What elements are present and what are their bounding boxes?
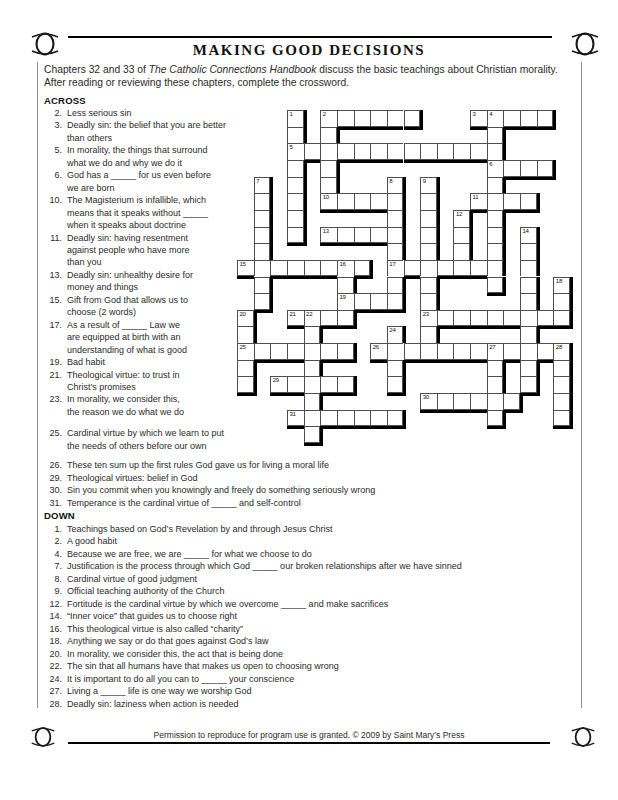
crossword-cell[interactable]	[453, 393, 470, 410]
crossword-cell[interactable]	[287, 376, 304, 393]
crossword-cell[interactable]: 4	[487, 110, 504, 127]
crossword-cell[interactable]	[503, 310, 520, 327]
cell-number: 29	[273, 377, 279, 384]
crossword-cell[interactable]: 26	[370, 343, 387, 360]
down-clue: 1.Teachings based on God’s Revelation by…	[44, 523, 578, 536]
clue-text: Theological virtue: to trust in Christ’s…	[67, 369, 180, 394]
clue-number: 2.	[44, 107, 67, 119]
crossword-cell[interactable]	[487, 210, 504, 227]
crossword-cell[interactable]	[420, 293, 437, 310]
crossword-cell[interactable]	[354, 143, 371, 160]
down-clue: 18.Anything we say or do that goes again…	[44, 635, 578, 648]
crossword-cell[interactable]	[387, 360, 404, 377]
clue-number: 6.	[44, 169, 67, 194]
crossword-cell[interactable]	[453, 243, 470, 260]
crossword-cell[interactable]	[520, 343, 537, 360]
crossword-cell[interactable]	[537, 110, 554, 127]
down-clue: 16.This theological virtue is also calle…	[44, 623, 578, 636]
crossword-cell[interactable]	[553, 410, 570, 427]
clue-text: The sin that all humans have that makes …	[67, 660, 339, 673]
header-rule	[68, 36, 552, 38]
clue-number: 18.	[44, 635, 67, 648]
cell-number: 14	[523, 228, 529, 235]
crossword-cell[interactable]	[254, 343, 271, 360]
cell-number: 30	[423, 394, 429, 401]
crossword-cell[interactable]	[520, 326, 537, 343]
crossword-cell[interactable]	[470, 343, 487, 360]
crossword-cell[interactable]: 5	[287, 143, 304, 160]
crossword-cell[interactable]	[487, 410, 504, 427]
crossword-cell[interactable]: 10	[320, 193, 337, 210]
crossword-cell[interactable]	[287, 177, 304, 194]
crossword-cell[interactable]	[370, 110, 387, 127]
clue-text: Temperance is the cardinal virtue of ___…	[67, 497, 301, 510]
left-margin-rule	[37, 62, 38, 708]
cell-number: 7	[256, 178, 259, 185]
bottom-clues: 26.These ten sum up the first rules God …	[44, 459, 578, 710]
crossword-cell[interactable]	[503, 393, 520, 410]
crossword-cell[interactable]: 29	[270, 376, 287, 393]
footer-rule	[68, 742, 550, 744]
cell-number: 23	[423, 311, 429, 318]
crossword-cell[interactable]	[337, 193, 354, 210]
clue-number: 9.	[44, 585, 67, 598]
cell-number: 1	[289, 111, 292, 118]
cell-number: 18	[556, 278, 562, 285]
crossword-cell[interactable]	[420, 243, 437, 260]
clue-text: A good habit	[67, 535, 117, 548]
across-clue: 26.These ten sum up the first rules God …	[44, 459, 578, 472]
clue-text: The Magisterium is infallible, which mea…	[67, 194, 208, 231]
across-clue: 30.Sin you commit when you knowingly and…	[44, 484, 578, 497]
crossword-cell[interactable]: 20	[237, 310, 254, 327]
crossword-cell[interactable]	[254, 193, 271, 210]
clue-text: Bad habit	[67, 356, 105, 368]
crossword-cell[interactable]	[304, 410, 321, 427]
crossword-cell[interactable]	[520, 310, 537, 327]
crossword-cell[interactable]	[254, 243, 271, 260]
cell-number: 24	[389, 327, 395, 334]
crossword-cell[interactable]	[420, 210, 437, 227]
crossword-cell[interactable]	[387, 143, 404, 160]
clue-number: 27.	[44, 685, 67, 698]
clue-number: 31.	[44, 497, 67, 510]
crossword-cell[interactable]	[470, 143, 487, 160]
cell-number: 12	[456, 211, 462, 218]
clue-number: 15.	[44, 294, 67, 319]
clue-text: Sin you commit when you knowingly and fr…	[67, 484, 375, 497]
crossword-cell[interactable]	[304, 343, 321, 360]
crossword-cell[interactable]	[387, 227, 404, 244]
crossword-cell[interactable]	[304, 143, 321, 160]
crossword-cell[interactable]	[304, 376, 321, 393]
down-clue: 28.Deadly sin: laziness when action is n…	[44, 698, 578, 711]
across-heading: ACROSS	[44, 95, 86, 106]
crossword-cell[interactable]	[387, 343, 404, 360]
crossword-cell[interactable]: 22	[304, 310, 321, 327]
clue-number: 23.	[44, 393, 67, 418]
crossword-cell[interactable]	[437, 143, 454, 160]
clue-number: 10.	[44, 194, 67, 231]
clue-number: 24.	[44, 673, 67, 686]
crossword-cell[interactable]	[520, 360, 537, 377]
crossword-cell[interactable]	[487, 127, 504, 144]
crossword-cell[interactable]	[387, 210, 404, 227]
cell-number: 28	[556, 344, 562, 351]
cell-number: 20	[240, 311, 246, 318]
crossword-cell[interactable]	[370, 193, 387, 210]
crossword-cell[interactable]	[304, 360, 321, 377]
crossword-cell[interactable]: 14	[520, 227, 537, 244]
crossword-cell[interactable]	[503, 160, 520, 177]
crossword-cell[interactable]	[354, 227, 371, 244]
book-title: The Catholic Connections Handbook	[149, 64, 317, 75]
crossword-cell[interactable]	[520, 193, 537, 210]
crossword-cell[interactable]	[337, 227, 354, 244]
crossword-cell[interactable]	[354, 260, 371, 277]
clue-text: This theological virtue is also called “…	[67, 623, 243, 636]
clue-text: Cardinal virtue of good judgment	[67, 573, 197, 586]
clue-text: As a result of _____ Law we are equipped…	[67, 319, 187, 356]
crossword-cell[interactable]	[537, 160, 554, 177]
down-clues: 1.Teachings based on God’s Revelation by…	[44, 523, 578, 711]
down-clue: 12.Fortitude is the cardinal virtue by w…	[44, 598, 578, 611]
crossword-cell[interactable]	[520, 243, 537, 260]
clue-number: 11.	[44, 232, 67, 269]
down-clue: 14.“Inner voice” that guides us to choos…	[44, 610, 578, 623]
crossword-cell[interactable]	[487, 177, 504, 194]
cell-number: 8	[389, 178, 392, 185]
crossword-cell[interactable]	[320, 127, 337, 144]
crossword-cell[interactable]	[520, 260, 537, 277]
cell-number: 21	[289, 311, 295, 318]
crossword-cell[interactable]	[503, 193, 520, 210]
crossword-cell[interactable]	[287, 160, 304, 177]
crossword-cell[interactable]	[320, 376, 337, 393]
crossword-cell[interactable]	[437, 393, 454, 410]
crossword-cell[interactable]: 2	[320, 110, 337, 127]
crossword-cell[interactable]: 18	[553, 277, 570, 294]
clue-number: 26.	[44, 459, 67, 472]
crossword-cell[interactable]	[287, 260, 304, 277]
crossword-cell[interactable]	[487, 143, 504, 160]
crossword-cell[interactable]	[404, 143, 421, 160]
clue-text: “Inner voice” that guides us to choose r…	[67, 610, 237, 623]
crossword-cell[interactable]	[370, 410, 387, 427]
clue-number: 25.	[44, 427, 67, 452]
crossword-cell[interactable]	[270, 260, 287, 277]
crossword-cell[interactable]: 13	[320, 227, 337, 244]
crossword-cell[interactable]: 23	[420, 310, 437, 327]
crossword-cell[interactable]	[320, 260, 337, 277]
crossword-cell[interactable]	[520, 110, 537, 127]
clue-text: Cardinal virtue by which we learn to put…	[67, 427, 224, 452]
clue-number: 8.	[44, 573, 67, 586]
down-clue: 22.The sin that all humans have that mak…	[44, 660, 578, 673]
clue-text: Deadly sin: unhealthy desire for money a…	[67, 269, 193, 294]
crossword-cell[interactable]	[320, 343, 337, 360]
crossword-cell[interactable]	[370, 227, 387, 244]
clue-text: Anything we say or do that goes against …	[67, 635, 268, 648]
crossword-cell[interactable]	[470, 393, 487, 410]
crossword-cell[interactable]	[420, 260, 437, 277]
crossword-cell[interactable]: 19	[337, 293, 354, 310]
clue-number: 19.	[44, 356, 67, 368]
crossword-cell[interactable]	[487, 277, 504, 294]
crossword-cell[interactable]: 11	[470, 193, 487, 210]
clue-text: Teachings based on God’s Revelation by a…	[67, 523, 333, 536]
crossword-cell[interactable]	[537, 310, 554, 327]
crossword-cell[interactable]	[354, 110, 371, 127]
crossword-cell[interactable]	[420, 193, 437, 210]
clue-text: Gift from God that allows us to choose (…	[67, 294, 188, 319]
cell-number: 4	[489, 111, 492, 118]
crossword-cell[interactable]	[254, 227, 271, 244]
crossword-cell[interactable]	[387, 410, 404, 427]
crossword-cell[interactable]	[404, 343, 421, 360]
crossword-cell[interactable]: 31	[287, 410, 304, 427]
crossword-cell[interactable]: 15	[237, 260, 254, 277]
crossword-cell[interactable]	[503, 110, 520, 127]
clue-text: It is important to do all you can to ___…	[67, 673, 294, 686]
clue-number: 28.	[44, 698, 67, 711]
clue-text: Deadly sin: having resentment against pe…	[67, 232, 190, 269]
crossword-cell[interactable]: 25	[237, 343, 254, 360]
cell-number: 19	[339, 294, 345, 301]
publisher-logo-icon	[570, 724, 600, 754]
cell-number: 17	[389, 261, 395, 268]
clue-number: 21.	[44, 369, 67, 394]
crossword-cell[interactable]	[237, 376, 254, 393]
clue-number: 5.	[44, 144, 67, 169]
worksheet-page: MAKING GOOD DECISIONS Chapters 32 and 33…	[0, 0, 618, 800]
crossword-cell[interactable]	[320, 160, 337, 177]
crossword-cell[interactable]: 27	[487, 343, 504, 360]
crossword-cell[interactable]	[320, 143, 337, 160]
clue-text: Less serious sin	[67, 107, 132, 119]
crossword-cell[interactable]: 16	[337, 260, 354, 277]
clue-text: Theological virtues: belief in God	[67, 472, 198, 485]
crossword-cell[interactable]	[304, 426, 321, 443]
crossword-cell[interactable]	[470, 260, 487, 277]
across-clues-full: 26.These ten sum up the first rules God …	[44, 459, 578, 509]
crossword-cell[interactable]	[453, 310, 470, 327]
crossword-cell[interactable]	[337, 110, 354, 127]
clue-number: 16.	[44, 623, 67, 636]
crossword-cell[interactable]	[437, 343, 454, 360]
clue-text: Fortitude is the cardinal virtue by whic…	[67, 598, 388, 611]
crossword-cell[interactable]: 6	[487, 160, 504, 177]
crossword-cell[interactable]	[287, 227, 304, 244]
clue-number: 12.	[44, 598, 67, 611]
crossword-cell[interactable]	[337, 343, 354, 360]
clue-number: 17.	[44, 319, 67, 356]
crossword-cell[interactable]	[254, 277, 271, 294]
clue-number: 4.	[44, 548, 67, 561]
crossword-cell[interactable]	[387, 293, 404, 310]
cell-number: 16	[339, 261, 345, 268]
clue-number: 20.	[44, 648, 67, 661]
crossword-cell[interactable]: 3	[470, 110, 487, 127]
intro-prefix: Chapters 32 and 33 of	[44, 64, 149, 75]
crossword-cell[interactable]	[354, 293, 371, 310]
cell-number: 6	[489, 161, 492, 168]
crossword-cell[interactable]	[287, 343, 304, 360]
crossword-cell[interactable]	[453, 143, 470, 160]
crossword-cell[interactable]	[320, 410, 337, 427]
crossword-cell[interactable]	[420, 326, 437, 343]
crossword-cell[interactable]	[387, 376, 404, 393]
cell-number: 13	[323, 228, 329, 235]
across-clue: 31.Temperance is the cardinal virtue of …	[44, 497, 578, 510]
clue-text: Official teaching authority of the Churc…	[67, 585, 224, 598]
crossword-cell[interactable]: 8	[387, 177, 404, 194]
clue-number: 14.	[44, 610, 67, 623]
clue-number: 7.	[44, 560, 67, 573]
crossword-cell[interactable]	[553, 376, 570, 393]
down-heading: DOWN	[44, 510, 578, 523]
crossword-cell[interactable]	[420, 343, 437, 360]
crossword-cell[interactable]	[520, 293, 537, 310]
crossword-cell[interactable]: 1	[287, 110, 304, 127]
clue-number: 30.	[44, 484, 67, 497]
clue-number: 1.	[44, 523, 67, 536]
crossword-cell[interactable]	[487, 193, 504, 210]
down-clue: 4.Because we are free, we are _____ for …	[44, 548, 578, 561]
across-clue: 29.Theological virtues: belief in God	[44, 472, 578, 485]
clue-text: In morality, we consider this, the reaso…	[67, 393, 184, 418]
cell-number: 5	[289, 144, 292, 151]
crossword-cell[interactable]	[404, 260, 421, 277]
crossword-cell[interactable]: 7	[254, 177, 271, 194]
crossword-cell[interactable]	[287, 127, 304, 144]
cell-number: 27	[489, 344, 495, 351]
crossword-cell[interactable]	[453, 343, 470, 360]
crossword-cell[interactable]	[304, 393, 321, 410]
crossword-cell[interactable]	[453, 260, 470, 277]
crossword-cell[interactable]	[487, 310, 504, 327]
clue-text: In morality, we consider this, the act t…	[67, 648, 283, 661]
clue-number: 2.	[44, 535, 67, 548]
crossword-cell[interactable]	[520, 376, 537, 393]
clue-text: Because we are free, we are _____ for wh…	[67, 548, 312, 561]
crossword-cell[interactable]: 30	[420, 393, 437, 410]
crossword-cell[interactable]	[553, 310, 570, 327]
crossword-cell[interactable]	[337, 376, 354, 393]
crossword-cell[interactable]	[304, 326, 321, 343]
intro-text: Chapters 32 and 33 of The Catholic Conne…	[44, 64, 562, 89]
crossword-cell[interactable]	[487, 376, 504, 393]
clue-number: 3.	[44, 119, 67, 144]
clue-text: In morality, the things that surround wh…	[67, 144, 207, 169]
crossword-cell[interactable]	[387, 110, 404, 127]
crossword-cell[interactable]	[420, 227, 437, 244]
crossword-cell[interactable]	[487, 393, 504, 410]
crossword-cell[interactable]	[420, 277, 437, 294]
cell-number: 3	[473, 111, 476, 118]
down-clue: 9.Official teaching authority of the Chu…	[44, 585, 578, 598]
crossword-cell[interactable]	[370, 293, 387, 310]
crossword-cell[interactable]: 9	[420, 177, 437, 194]
clue-number: 22.	[44, 660, 67, 673]
crossword-cell[interactable]	[387, 243, 404, 260]
crossword-cell[interactable]	[337, 143, 354, 160]
down-clue: 2.A good habit	[44, 535, 578, 548]
cell-number: 22	[306, 311, 312, 318]
crossword-cell[interactable]: 24	[387, 326, 404, 343]
crossword-cell[interactable]: 17	[387, 260, 404, 277]
crossword-cell[interactable]	[320, 310, 337, 327]
crossword-cell[interactable]	[287, 193, 304, 210]
crossword-cell[interactable]	[304, 260, 321, 277]
crossword-cell[interactable]	[337, 410, 354, 427]
crossword-cell[interactable]	[387, 193, 404, 210]
crossword-cell[interactable]	[553, 360, 570, 377]
page-title: MAKING GOOD DECISIONS	[0, 42, 618, 59]
crossword-cell[interactable]	[254, 260, 271, 277]
crossword-cell[interactable]: 21	[287, 310, 304, 327]
crossword-cell[interactable]	[420, 143, 437, 160]
clue-number: 29.	[44, 472, 67, 485]
cell-number: 9	[423, 178, 426, 185]
crossword-cell[interactable]	[487, 227, 504, 244]
clue-text: Deadly sin: laziness when action is need…	[67, 698, 239, 711]
crossword-cell[interactable]	[520, 160, 537, 177]
crossword-cell[interactable]	[487, 360, 504, 377]
crossword-cell[interactable]	[370, 143, 387, 160]
crossword-cell[interactable]	[254, 210, 271, 227]
crossword-cell[interactable]	[553, 293, 570, 310]
crossword-cell[interactable]	[404, 110, 421, 127]
crossword-cell[interactable]	[520, 277, 537, 294]
crossword-cell[interactable]	[437, 310, 454, 327]
cell-number: 15	[240, 261, 246, 268]
cell-number: 31	[289, 411, 295, 418]
crossword-cell[interactable]	[487, 243, 504, 260]
crossword-cell[interactable]	[337, 310, 354, 327]
crossword-cell[interactable]	[453, 227, 470, 244]
copyright-text: Permission to reproduce for program use …	[0, 730, 618, 740]
crossword-cell[interactable]	[237, 326, 254, 343]
crossword-cell[interactable]: 12	[453, 210, 470, 227]
down-clue: 7.Justification is the process through w…	[44, 560, 578, 573]
cell-number: 10	[323, 194, 329, 201]
crossword-cell[interactable]: 28	[553, 343, 570, 360]
crossword-cell[interactable]	[254, 293, 271, 310]
crossword-cell[interactable]	[320, 177, 337, 194]
clue-text: God has a _____ for us even before we ar…	[67, 169, 211, 194]
clue-text: These ten sum up the first rules God gav…	[67, 459, 329, 472]
clue-text: Justification is the process through whi…	[67, 560, 462, 573]
crossword-cell[interactable]	[470, 310, 487, 327]
crossword-cell[interactable]	[270, 343, 287, 360]
crossword-cell[interactable]	[503, 343, 520, 360]
cell-number: 25	[240, 344, 246, 351]
crossword-cell[interactable]	[354, 193, 371, 210]
down-clue: 24.It is important to do all you can to …	[44, 673, 578, 686]
crossword-cell[interactable]	[354, 410, 371, 427]
crossword-cell[interactable]	[437, 260, 454, 277]
cell-number: 2	[323, 111, 326, 118]
down-clue: 27.Living a _____ life is one way we wor…	[44, 685, 578, 698]
crossword-cell[interactable]	[487, 260, 504, 277]
crossword-cell[interactable]	[537, 343, 554, 360]
crossword-cell[interactable]	[387, 277, 404, 294]
crossword-cell[interactable]	[237, 360, 254, 377]
crossword-cell[interactable]	[337, 277, 354, 294]
crossword-cell[interactable]	[287, 210, 304, 227]
crossword-cell[interactable]	[553, 393, 570, 410]
